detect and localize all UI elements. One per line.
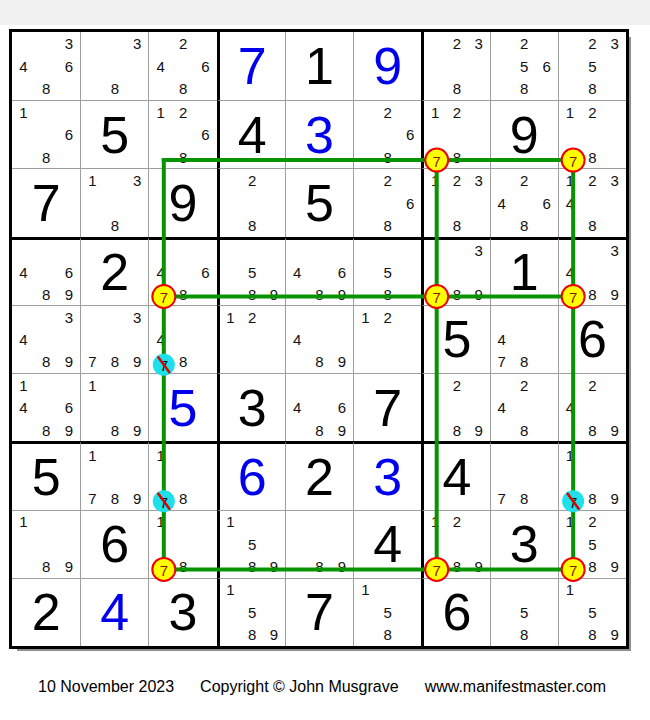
cell-r2c4[interactable]: 4 bbox=[217, 100, 285, 168]
candidate-4: 4 bbox=[149, 261, 171, 283]
candidate-4: 4 bbox=[12, 55, 35, 78]
candidate-1: 1 bbox=[424, 169, 446, 191]
cell-r9c6[interactable]: 158 bbox=[353, 578, 421, 646]
candidate-3: 3 bbox=[468, 169, 490, 191]
sudoku-board: 3468382468719238256823581685126843268128… bbox=[9, 29, 629, 649]
cell-r9c1[interactable]: 2 bbox=[12, 578, 80, 646]
cell-r4c3[interactable]: 468 bbox=[148, 237, 216, 305]
candidate-2: 2 bbox=[513, 32, 535, 55]
candidate-5: 5 bbox=[581, 533, 603, 555]
candidates: 4689 bbox=[286, 240, 353, 305]
candidate-8: 8 bbox=[581, 555, 603, 577]
candidate-6: 6 bbox=[399, 124, 421, 146]
candidate-8: 8 bbox=[308, 419, 330, 441]
candidate-2: 2 bbox=[446, 32, 468, 55]
footer-website: www.manifestmaster.com bbox=[425, 678, 606, 696]
cell-r2c7[interactable]: 128 bbox=[421, 100, 489, 168]
candidate-8: 8 bbox=[446, 419, 468, 441]
candidate-3: 3 bbox=[126, 32, 148, 55]
cell-r8c6[interactable]: 4 bbox=[353, 510, 421, 578]
cell-r1c6[interactable]: 9 bbox=[353, 32, 421, 100]
candidate-8: 8 bbox=[377, 214, 399, 236]
given-digit: 7 bbox=[286, 579, 353, 646]
candidate-9: 9 bbox=[126, 488, 148, 510]
candidate-3: 3 bbox=[604, 169, 626, 191]
cell-r9c4[interactable]: 1589 bbox=[217, 578, 285, 646]
candidate-9: 9 bbox=[331, 555, 353, 577]
candidate-8: 8 bbox=[104, 419, 126, 441]
candidates: 78 bbox=[491, 444, 558, 509]
given-digit: 7 bbox=[12, 169, 80, 236]
candidate-8: 8 bbox=[513, 351, 535, 373]
candidate-8: 8 bbox=[308, 283, 330, 305]
solved-digit: 3 bbox=[354, 444, 421, 509]
given-digit: 1 bbox=[491, 240, 558, 305]
candidates: 1589 bbox=[220, 511, 285, 578]
candidate-1: 1 bbox=[559, 579, 581, 601]
candidate-8: 8 bbox=[172, 488, 194, 510]
candidate-1: 1 bbox=[424, 101, 446, 123]
cell-r7c3[interactable]: 18 bbox=[148, 441, 216, 509]
solved-digit: 6 bbox=[220, 444, 285, 509]
candidate-5: 5 bbox=[377, 261, 399, 283]
cell-r5c1[interactable]: 3489 bbox=[12, 305, 80, 373]
given-digit: 6 bbox=[81, 511, 148, 578]
candidate-8: 8 bbox=[581, 624, 603, 646]
candidate-7: 7 bbox=[491, 351, 513, 373]
cell-r6c7[interactable]: 289 bbox=[421, 373, 489, 441]
cell-r6c2[interactable]: 189 bbox=[80, 373, 148, 441]
candidate-4: 4 bbox=[286, 397, 308, 419]
candidates: 158 bbox=[354, 579, 421, 646]
cell-r9c7[interactable]: 6 bbox=[421, 578, 489, 646]
candidate-8: 8 bbox=[377, 624, 399, 646]
candidate-3: 3 bbox=[126, 169, 148, 191]
cell-r7c5[interactable]: 2 bbox=[285, 441, 353, 509]
candidate-9: 9 bbox=[604, 419, 626, 441]
candidate-4: 4 bbox=[12, 328, 35, 350]
candidates: 1789 bbox=[81, 444, 148, 509]
cell-r2c3[interactable]: 1268 bbox=[148, 100, 216, 168]
candidates: 128 bbox=[559, 101, 626, 168]
candidate-2: 2 bbox=[377, 306, 399, 328]
cell-r4c4[interactable]: 589 bbox=[217, 237, 285, 305]
candidate-5: 5 bbox=[513, 601, 535, 623]
candidate-1: 1 bbox=[81, 444, 103, 466]
candidates: 128 bbox=[424, 101, 489, 168]
candidates: 1268 bbox=[149, 101, 216, 168]
candidate-9: 9 bbox=[468, 419, 490, 441]
cell-r5c6[interactable]: 12 bbox=[353, 305, 421, 373]
candidate-9: 9 bbox=[263, 555, 285, 577]
candidate-6: 6 bbox=[57, 55, 80, 78]
candidates: 58 bbox=[354, 240, 421, 305]
cell-r6c9[interactable]: 2489 bbox=[558, 373, 626, 441]
candidates: 468 bbox=[149, 240, 216, 305]
candidates: 168 bbox=[12, 101, 80, 168]
candidate-9: 9 bbox=[331, 351, 353, 373]
cell-r5c7[interactable]: 5 bbox=[421, 305, 489, 373]
candidate-9: 9 bbox=[604, 624, 626, 646]
candidate-8: 8 bbox=[513, 419, 535, 441]
cell-r3c4[interactable]: 28 bbox=[217, 168, 285, 236]
candidate-9: 9 bbox=[263, 624, 285, 646]
candidates: 1289 bbox=[424, 511, 489, 578]
candidate-1: 1 bbox=[559, 169, 581, 191]
candidate-8: 8 bbox=[581, 77, 603, 100]
given-digit: 5 bbox=[424, 306, 489, 373]
cell-r8c8[interactable]: 3 bbox=[490, 510, 558, 578]
candidates: 1238 bbox=[424, 169, 489, 236]
candidates: 4689 bbox=[12, 240, 80, 305]
candidate-9: 9 bbox=[331, 283, 353, 305]
candidate-8: 8 bbox=[377, 146, 399, 168]
candidate-1: 1 bbox=[424, 511, 446, 533]
candidate-8: 8 bbox=[513, 214, 535, 236]
window-top-strip bbox=[0, 0, 650, 25]
given-digit: 9 bbox=[149, 169, 216, 236]
candidate-2: 2 bbox=[241, 306, 263, 328]
candidates: 3489 bbox=[12, 306, 80, 373]
cell-r5c5[interactable]: 489 bbox=[285, 305, 353, 373]
candidates: 478 bbox=[491, 306, 558, 373]
cell-r3c7[interactable]: 1238 bbox=[421, 168, 489, 236]
candidate-8: 8 bbox=[241, 624, 263, 646]
candidate-9: 9 bbox=[126, 351, 148, 373]
cell-r9c8[interactable]: 58 bbox=[490, 578, 558, 646]
candidate-4: 4 bbox=[491, 328, 513, 350]
cell-r7c4[interactable]: 6 bbox=[217, 441, 285, 509]
cell-r1c7[interactable]: 238 bbox=[421, 32, 489, 100]
cell-r8c3[interactable]: 18 bbox=[148, 510, 216, 578]
footer-copyright: Copyright © John Musgrave bbox=[200, 678, 399, 696]
candidate-8: 8 bbox=[35, 419, 58, 441]
candidate-8: 8 bbox=[104, 77, 126, 100]
candidate-8: 8 bbox=[446, 555, 468, 577]
candidate-5: 5 bbox=[241, 261, 263, 283]
candidates: 18 bbox=[149, 444, 216, 509]
candidate-3: 3 bbox=[126, 306, 148, 328]
cell-r9c2[interactable]: 4 bbox=[80, 578, 148, 646]
candidate-9: 9 bbox=[604, 488, 626, 510]
cell-r2c1[interactable]: 168 bbox=[12, 100, 80, 168]
candidates: 12348 bbox=[559, 169, 626, 236]
candidate-4: 4 bbox=[286, 328, 308, 350]
candidates: 2358 bbox=[559, 32, 626, 100]
candidate-8: 8 bbox=[513, 488, 535, 510]
cell-r9c3[interactable]: 3 bbox=[148, 578, 216, 646]
candidate-5: 5 bbox=[377, 601, 399, 623]
candidate-9: 9 bbox=[604, 555, 626, 577]
candidate-8: 8 bbox=[446, 146, 468, 168]
candidate-2: 2 bbox=[446, 101, 468, 123]
candidate-3: 3 bbox=[468, 240, 490, 262]
candidate-8: 8 bbox=[581, 488, 603, 510]
candidate-1: 1 bbox=[220, 306, 242, 328]
candidate-9: 9 bbox=[604, 283, 626, 305]
candidate-8: 8 bbox=[35, 283, 58, 305]
candidate-2: 2 bbox=[446, 169, 468, 191]
cell-r2c5[interactable]: 3 bbox=[285, 100, 353, 168]
candidate-2: 2 bbox=[513, 169, 535, 191]
candidate-8: 8 bbox=[308, 555, 330, 577]
candidate-1: 1 bbox=[220, 511, 242, 533]
candidates: 138 bbox=[81, 169, 148, 236]
candidates: 189 bbox=[559, 444, 626, 509]
given-digit: 9 bbox=[491, 101, 558, 168]
candidate-1: 1 bbox=[354, 579, 376, 601]
candidates: 2468 bbox=[149, 32, 216, 100]
cell-r4c1[interactable]: 4689 bbox=[12, 237, 80, 305]
candidates: 12589 bbox=[559, 511, 626, 578]
cell-r5c2[interactable]: 3789 bbox=[80, 305, 148, 373]
candidates: 1589 bbox=[559, 579, 626, 646]
candidate-6: 6 bbox=[194, 261, 216, 283]
candidates: 89 bbox=[286, 511, 353, 578]
candidate-4: 4 bbox=[491, 192, 513, 214]
candidate-1: 1 bbox=[149, 444, 171, 466]
given-digit: 4 bbox=[354, 511, 421, 578]
given-digit: 1 bbox=[286, 32, 353, 100]
candidate-1: 1 bbox=[81, 374, 103, 396]
cell-r2c8[interactable]: 9 bbox=[490, 100, 558, 168]
candidate-3: 3 bbox=[468, 32, 490, 55]
candidate-1: 1 bbox=[12, 511, 35, 533]
cell-r4c7[interactable]: 389 bbox=[421, 237, 489, 305]
candidate-6: 6 bbox=[535, 55, 557, 78]
candidate-8: 8 bbox=[172, 283, 194, 305]
given-digit: 4 bbox=[220, 101, 285, 168]
solved-digit: 3 bbox=[286, 101, 353, 168]
cell-r7c7[interactable]: 4 bbox=[421, 441, 489, 509]
given-digit: 3 bbox=[220, 374, 285, 441]
given-digit: 3 bbox=[149, 579, 216, 646]
candidate-4: 4 bbox=[559, 261, 581, 283]
candidate-9: 9 bbox=[331, 419, 353, 441]
solved-digit: 5 bbox=[149, 374, 216, 441]
footer: 10 November 2023 Copyright © John Musgra… bbox=[38, 678, 638, 696]
cell-r3c5[interactable]: 5 bbox=[285, 168, 353, 236]
cell-r7c6[interactable]: 3 bbox=[353, 441, 421, 509]
candidate-8: 8 bbox=[104, 488, 126, 510]
candidate-2: 2 bbox=[581, 511, 603, 533]
candidates: 1589 bbox=[220, 579, 285, 646]
cell-r1c4[interactable]: 7 bbox=[217, 32, 285, 100]
candidate-6: 6 bbox=[194, 124, 216, 146]
given-digit: 2 bbox=[12, 579, 80, 646]
cell-r2c2[interactable]: 5 bbox=[80, 100, 148, 168]
candidate-8: 8 bbox=[513, 77, 535, 100]
cell-r7c9[interactable]: 189 bbox=[558, 441, 626, 509]
candidates: 28 bbox=[220, 169, 285, 236]
cell-r2c6[interactable]: 268 bbox=[353, 100, 421, 168]
candidates: 489 bbox=[286, 306, 353, 373]
cell-r4c2[interactable]: 2 bbox=[80, 237, 148, 305]
candidates: 289 bbox=[424, 374, 489, 441]
candidate-9: 9 bbox=[468, 283, 490, 305]
candidate-7: 7 bbox=[81, 488, 103, 510]
candidate-6: 6 bbox=[331, 261, 353, 283]
candidates: 189 bbox=[12, 511, 80, 578]
cell-r1c9[interactable]: 2358 bbox=[558, 32, 626, 100]
candidate-8: 8 bbox=[581, 214, 603, 236]
given-digit: 2 bbox=[81, 240, 148, 305]
candidate-8: 8 bbox=[104, 351, 126, 373]
candidate-6: 6 bbox=[57, 124, 80, 146]
cell-r5c8[interactable]: 478 bbox=[490, 305, 558, 373]
candidate-2: 2 bbox=[513, 374, 535, 396]
candidates: 189 bbox=[81, 374, 148, 441]
solved-digit: 4 bbox=[81, 579, 148, 646]
cell-r1c8[interactable]: 2568 bbox=[490, 32, 558, 100]
candidate-1: 1 bbox=[559, 101, 581, 123]
given-digit: 5 bbox=[12, 444, 80, 509]
candidate-9: 9 bbox=[57, 351, 80, 373]
cell-r5c9[interactable]: 6 bbox=[558, 305, 626, 373]
given-digit: 5 bbox=[81, 101, 148, 168]
candidate-2: 2 bbox=[172, 101, 194, 123]
candidate-2: 2 bbox=[377, 101, 399, 123]
candidate-8: 8 bbox=[581, 419, 603, 441]
cell-r7c1[interactable]: 5 bbox=[12, 441, 80, 509]
candidate-8: 8 bbox=[172, 77, 194, 100]
candidate-2: 2 bbox=[241, 169, 263, 191]
solved-digit: 9 bbox=[354, 32, 421, 100]
given-digit: 2 bbox=[286, 444, 353, 509]
cell-r6c6[interactable]: 7 bbox=[353, 373, 421, 441]
candidate-4: 4 bbox=[12, 397, 35, 419]
candidates: 12 bbox=[354, 306, 421, 373]
candidate-6: 6 bbox=[331, 397, 353, 419]
cell-r1c2[interactable]: 38 bbox=[80, 32, 148, 100]
cell-r6c1[interactable]: 14689 bbox=[12, 373, 80, 441]
candidate-2: 2 bbox=[172, 32, 194, 55]
candidates: 58 bbox=[491, 579, 558, 646]
candidate-1: 1 bbox=[12, 101, 35, 123]
candidate-9: 9 bbox=[468, 555, 490, 577]
cell-r6c3[interactable]: 5 bbox=[148, 373, 216, 441]
candidate-8: 8 bbox=[513, 624, 535, 646]
candidates: 268 bbox=[354, 169, 421, 236]
cell-r9c5[interactable]: 7 bbox=[285, 578, 353, 646]
candidate-1: 1 bbox=[559, 511, 581, 533]
cell-r4c9[interactable]: 3489 bbox=[558, 237, 626, 305]
candidate-6: 6 bbox=[194, 55, 216, 78]
candidates: 3789 bbox=[81, 306, 148, 373]
candidate-4: 4 bbox=[149, 328, 171, 350]
candidates: 14689 bbox=[12, 374, 80, 441]
candidate-1: 1 bbox=[559, 444, 581, 466]
candidate-5: 5 bbox=[581, 601, 603, 623]
cell-r9c9[interactable]: 1589 bbox=[558, 578, 626, 646]
given-digit: 6 bbox=[424, 579, 489, 646]
candidate-4: 4 bbox=[559, 192, 581, 214]
cell-r3c9[interactable]: 12348 bbox=[558, 168, 626, 236]
cell-r7c2[interactable]: 1789 bbox=[80, 441, 148, 509]
cell-r3c1[interactable]: 7 bbox=[12, 168, 80, 236]
candidate-3: 3 bbox=[604, 32, 626, 55]
given-digit: 5 bbox=[286, 169, 353, 236]
cell-r4c5[interactable]: 4689 bbox=[285, 237, 353, 305]
given-digit: 3 bbox=[491, 511, 558, 578]
cell-r2c9[interactable]: 128 bbox=[558, 100, 626, 168]
candidate-2: 2 bbox=[377, 169, 399, 191]
given-digit: 6 bbox=[559, 306, 626, 373]
candidate-2: 2 bbox=[581, 169, 603, 191]
cell-r3c3[interactable]: 9 bbox=[148, 168, 216, 236]
candidate-8: 8 bbox=[446, 214, 468, 236]
candidate-9: 9 bbox=[126, 419, 148, 441]
given-digit: 7 bbox=[354, 374, 421, 441]
candidate-8: 8 bbox=[446, 77, 468, 100]
candidates: 12 bbox=[220, 306, 285, 373]
candidate-9: 9 bbox=[57, 419, 80, 441]
candidate-4: 4 bbox=[491, 397, 513, 419]
candidate-2: 2 bbox=[446, 511, 468, 533]
cell-r8c2[interactable]: 6 bbox=[80, 510, 148, 578]
cell-r8c9[interactable]: 12589 bbox=[558, 510, 626, 578]
candidate-8: 8 bbox=[172, 146, 194, 168]
candidate-5: 5 bbox=[241, 533, 263, 555]
cell-r8c4[interactable]: 1589 bbox=[217, 510, 285, 578]
cell-r6c5[interactable]: 4689 bbox=[285, 373, 353, 441]
cell-r8c5[interactable]: 89 bbox=[285, 510, 353, 578]
cell-r1c3[interactable]: 2468 bbox=[148, 32, 216, 100]
cell-r5c3[interactable]: 48 bbox=[148, 305, 216, 373]
candidates: 248 bbox=[491, 374, 558, 441]
candidate-3: 3 bbox=[57, 32, 80, 55]
cell-r4c8[interactable]: 1 bbox=[490, 237, 558, 305]
candidates: 2489 bbox=[559, 374, 626, 441]
candidate-2: 2 bbox=[581, 32, 603, 55]
candidates: 48 bbox=[149, 306, 216, 373]
cell-r4c6[interactable]: 58 bbox=[353, 237, 421, 305]
cell-r7c8[interactable]: 78 bbox=[490, 441, 558, 509]
cell-r3c6[interactable]: 268 bbox=[353, 168, 421, 236]
candidate-5: 5 bbox=[241, 601, 263, 623]
candidate-9: 9 bbox=[263, 283, 285, 305]
cell-r6c8[interactable]: 248 bbox=[490, 373, 558, 441]
cell-r6c4[interactable]: 3 bbox=[217, 373, 285, 441]
cell-r8c7[interactable]: 1289 bbox=[421, 510, 489, 578]
cell-r8c1[interactable]: 189 bbox=[12, 510, 80, 578]
candidate-4: 4 bbox=[149, 55, 171, 78]
candidate-6: 6 bbox=[57, 261, 80, 283]
candidates: 3468 bbox=[12, 32, 80, 100]
candidate-7: 7 bbox=[491, 488, 513, 510]
cell-r3c2[interactable]: 138 bbox=[80, 168, 148, 236]
candidates: 2568 bbox=[491, 32, 558, 100]
cell-r3c8[interactable]: 2468 bbox=[490, 168, 558, 236]
candidates: 38 bbox=[81, 32, 148, 100]
candidates: 268 bbox=[354, 101, 421, 168]
cell-r5c4[interactable]: 12 bbox=[217, 305, 285, 373]
cell-r1c5[interactable]: 1 bbox=[285, 32, 353, 100]
candidate-6: 6 bbox=[399, 192, 421, 214]
candidate-6: 6 bbox=[535, 192, 557, 214]
cell-r1c1[interactable]: 3468 bbox=[12, 32, 80, 100]
candidate-7: 7 bbox=[81, 351, 103, 373]
candidate-8: 8 bbox=[446, 283, 468, 305]
sudoku-grid: 3468382468719238256823581685126843268128… bbox=[12, 32, 626, 646]
candidates: 3489 bbox=[559, 240, 626, 305]
candidate-3: 3 bbox=[604, 240, 626, 262]
candidate-8: 8 bbox=[308, 351, 330, 373]
candidate-8: 8 bbox=[172, 351, 194, 373]
candidate-1: 1 bbox=[81, 169, 103, 191]
candidate-2: 2 bbox=[446, 374, 468, 396]
candidate-1: 1 bbox=[12, 374, 35, 396]
